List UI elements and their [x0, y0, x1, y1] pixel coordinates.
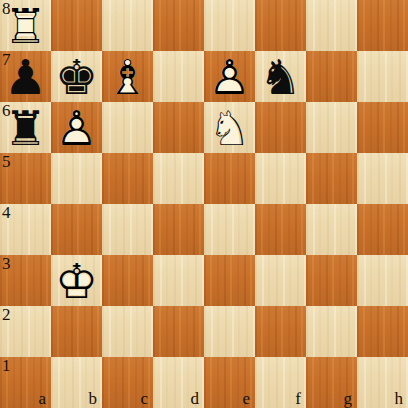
square-f5[interactable]	[255, 153, 306, 204]
square-c5[interactable]	[102, 153, 153, 204]
square-g4[interactable]	[306, 204, 357, 255]
piece-white-knight-e6[interactable]: ♞♘	[204, 102, 255, 153]
white-pawn-icon: ♙	[51, 102, 102, 153]
square-g7[interactable]	[306, 51, 357, 102]
square-h2[interactable]	[357, 306, 408, 357]
square-h6[interactable]	[357, 102, 408, 153]
square-e4[interactable]	[204, 204, 255, 255]
square-g1[interactable]: g	[306, 357, 357, 408]
square-f8[interactable]	[255, 0, 306, 51]
square-a1[interactable]: 1a	[0, 357, 51, 408]
chess-board: 8♜♖7♟♚♝♗♟♙♞6♜♟♙♞♘543♚♔21abcdefgh	[0, 0, 408, 408]
rank-label-7: 7	[2, 51, 11, 68]
square-f7[interactable]: ♞	[255, 51, 306, 102]
file-label-g: g	[344, 390, 353, 407]
square-b1[interactable]: b	[51, 357, 102, 408]
square-e6[interactable]: ♞♘	[204, 102, 255, 153]
square-b6[interactable]: ♟♙	[51, 102, 102, 153]
square-e3[interactable]	[204, 255, 255, 306]
square-g5[interactable]	[306, 153, 357, 204]
square-a8[interactable]: 8♜♖	[0, 0, 51, 51]
square-g8[interactable]	[306, 0, 357, 51]
square-g6[interactable]	[306, 102, 357, 153]
piece-black-king-b7[interactable]: ♚	[51, 51, 102, 102]
square-f1[interactable]: f	[255, 357, 306, 408]
square-a6[interactable]: 6♜	[0, 102, 51, 153]
square-b8[interactable]	[51, 0, 102, 51]
square-d2[interactable]	[153, 306, 204, 357]
square-a7[interactable]: 7♟	[0, 51, 51, 102]
square-h4[interactable]	[357, 204, 408, 255]
square-c2[interactable]	[102, 306, 153, 357]
file-label-c: c	[140, 390, 148, 407]
white-king-icon: ♔	[51, 255, 102, 306]
square-c3[interactable]	[102, 255, 153, 306]
white-knight-icon: ♘	[204, 102, 255, 153]
rank-label-4: 4	[2, 204, 11, 221]
file-label-d: d	[191, 390, 200, 407]
file-label-f: f	[295, 390, 301, 407]
square-d1[interactable]: d	[153, 357, 204, 408]
square-d7[interactable]	[153, 51, 204, 102]
piece-white-king-b3[interactable]: ♚♔	[51, 255, 102, 306]
file-label-a: a	[38, 390, 46, 407]
square-f2[interactable]	[255, 306, 306, 357]
white-pawn-icon: ♙	[204, 51, 255, 102]
square-h5[interactable]	[357, 153, 408, 204]
rank-label-3: 3	[2, 255, 11, 272]
square-a4[interactable]: 4	[0, 204, 51, 255]
square-g3[interactable]	[306, 255, 357, 306]
square-c7[interactable]: ♝♗	[102, 51, 153, 102]
rank-label-5: 5	[2, 153, 11, 170]
square-b7[interactable]: ♚	[51, 51, 102, 102]
square-e2[interactable]	[204, 306, 255, 357]
square-b4[interactable]	[51, 204, 102, 255]
square-c1[interactable]: c	[102, 357, 153, 408]
square-h3[interactable]	[357, 255, 408, 306]
rank-label-6: 6	[2, 102, 11, 119]
square-b3[interactable]: ♚♔	[51, 255, 102, 306]
piece-black-knight-f7[interactable]: ♞	[255, 51, 306, 102]
square-h8[interactable]	[357, 0, 408, 51]
square-d6[interactable]	[153, 102, 204, 153]
square-a2[interactable]: 2	[0, 306, 51, 357]
square-d8[interactable]	[153, 0, 204, 51]
square-b5[interactable]	[51, 153, 102, 204]
square-h7[interactable]	[357, 51, 408, 102]
square-d4[interactable]	[153, 204, 204, 255]
rank-label-1: 1	[2, 357, 11, 374]
piece-white-pawn-e7[interactable]: ♟♙	[204, 51, 255, 102]
file-label-h: h	[395, 390, 404, 407]
square-h1[interactable]: h	[357, 357, 408, 408]
square-e7[interactable]: ♟♙	[204, 51, 255, 102]
square-b2[interactable]	[51, 306, 102, 357]
square-e8[interactable]	[204, 0, 255, 51]
file-label-b: b	[89, 390, 98, 407]
square-d5[interactable]	[153, 153, 204, 204]
square-a5[interactable]: 5	[0, 153, 51, 204]
square-d3[interactable]	[153, 255, 204, 306]
square-c8[interactable]	[102, 0, 153, 51]
file-label-e: e	[242, 390, 250, 407]
square-f3[interactable]	[255, 255, 306, 306]
black-knight-icon: ♞	[255, 51, 306, 102]
square-e5[interactable]	[204, 153, 255, 204]
piece-white-pawn-b6[interactable]: ♟♙	[51, 102, 102, 153]
square-c6[interactable]	[102, 102, 153, 153]
white-bishop-icon: ♗	[102, 51, 153, 102]
square-f6[interactable]	[255, 102, 306, 153]
square-e1[interactable]: e	[204, 357, 255, 408]
rank-label-8: 8	[2, 0, 11, 17]
square-c4[interactable]	[102, 204, 153, 255]
square-g2[interactable]	[306, 306, 357, 357]
black-king-icon: ♚	[51, 51, 102, 102]
square-a3[interactable]: 3	[0, 255, 51, 306]
rank-label-2: 2	[2, 306, 11, 323]
square-f4[interactable]	[255, 204, 306, 255]
piece-white-bishop-c7[interactable]: ♝♗	[102, 51, 153, 102]
